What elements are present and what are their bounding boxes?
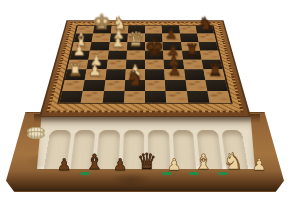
square-b6[interactable] [90,42,109,51]
checker-piece[interactable] [27,131,45,139]
piece-white-queen-d6[interactable]: ♛ [127,29,145,49]
square-g8[interactable] [179,26,197,34]
piece-black-knight-h8[interactable]: ♞ [198,16,213,33]
square-c3[interactable] [105,69,126,79]
square-h5[interactable] [200,50,220,59]
square-c2[interactable] [104,80,125,91]
piece-white-pawn-a5[interactable]: ♟ [73,44,86,58]
checkers-stack[interactable] [27,131,45,139]
piece-black-rook-g5[interactable]: ♜ [185,42,199,58]
square-a1[interactable] [59,91,83,103]
square-f3[interactable]: ♟ [164,69,185,79]
square-d6[interactable]: ♛ [127,42,145,51]
board-grid: ♚♞♞♟♟♝♟♛♟♚♟♜♟♟♜♟♟♟♜♞ [57,25,233,104]
square-h1[interactable] [207,91,231,103]
piece-white-pawn-c6[interactable]: ♟ [111,35,123,49]
felt-base [189,172,199,175]
square-e4[interactable] [145,60,164,70]
square-h7[interactable] [197,34,216,42]
square-e2[interactable] [145,80,166,91]
square-d1[interactable] [124,91,145,103]
square-b7[interactable] [92,34,111,42]
storage-box: ♟♝♟♛♟♝♞♟ [6,112,284,192]
square-e1[interactable] [145,91,166,103]
square-g4[interactable] [183,60,204,70]
square-h2[interactable] [205,80,228,91]
board-frame: ♚♞♞♟♟♝♟♛♟♚♟♜♟♟♜♟♟♟♜♞ [39,20,251,117]
square-b2[interactable] [83,80,105,91]
square-c6[interactable]: ♟ [108,42,127,51]
chess-set-photo: ♟♝♟♛♟♝♞♟ ♚♞♞♟♟♝♟♛♟♚♟♜♟♟♜♟♟♟♜♞ [0,0,290,197]
square-a3[interactable]: ♜ [65,69,87,79]
piece-white-pawn-b3[interactable]: ♟ [88,63,102,78]
square-h6[interactable] [198,42,218,51]
board-decorative-border: ♚♞♞♟♟♝♟♛♟♚♟♜♟♟♜♟♟♟♜♞ [46,22,243,112]
square-h8[interactable]: ♞ [195,26,214,34]
square-g3[interactable] [184,69,205,79]
square-a5[interactable]: ♟ [70,50,90,59]
square-d2[interactable]: ♞ [124,80,145,91]
square-c1[interactable] [102,91,124,103]
square-f2[interactable] [165,80,186,91]
square-c5[interactable] [107,50,126,59]
square-g1[interactable] [186,91,209,103]
piece-white-rook-a3[interactable]: ♜ [68,61,83,78]
square-e5[interactable]: ♚ [145,50,164,59]
square-b3[interactable]: ♟ [85,69,106,79]
piece-black-king-e5[interactable]: ♚ [144,36,164,59]
square-e3[interactable] [145,69,165,79]
piece-black-pawn-f7[interactable]: ♟ [165,27,177,41]
piece-black-pawn-f3[interactable]: ♟ [168,63,182,78]
felt-base [80,172,90,175]
piece-white-king-b8[interactable]: ♚ [93,12,112,33]
square-f7[interactable]: ♟ [162,34,180,42]
piece-black-rook-h3[interactable]: ♜ [207,61,222,78]
square-d5[interactable] [126,50,145,59]
square-f1[interactable] [166,91,188,103]
square-c4[interactable] [106,60,126,70]
chess-board: ♚♞♞♟♟♝♟♛♟♚♟♜♟♟♜♟♟♟♜♞ [39,0,251,117]
square-b1[interactable] [81,91,104,103]
square-h3[interactable]: ♜ [203,69,225,79]
square-g2[interactable] [185,80,207,91]
square-b8[interactable]: ♚ [93,26,111,34]
felt-base [218,172,228,175]
square-a2[interactable] [62,80,85,91]
square-e8[interactable] [145,26,162,34]
felt-base [162,172,172,175]
square-g5[interactable]: ♜ [182,50,202,59]
piece-black-knight-d2[interactable]: ♞ [126,69,144,89]
